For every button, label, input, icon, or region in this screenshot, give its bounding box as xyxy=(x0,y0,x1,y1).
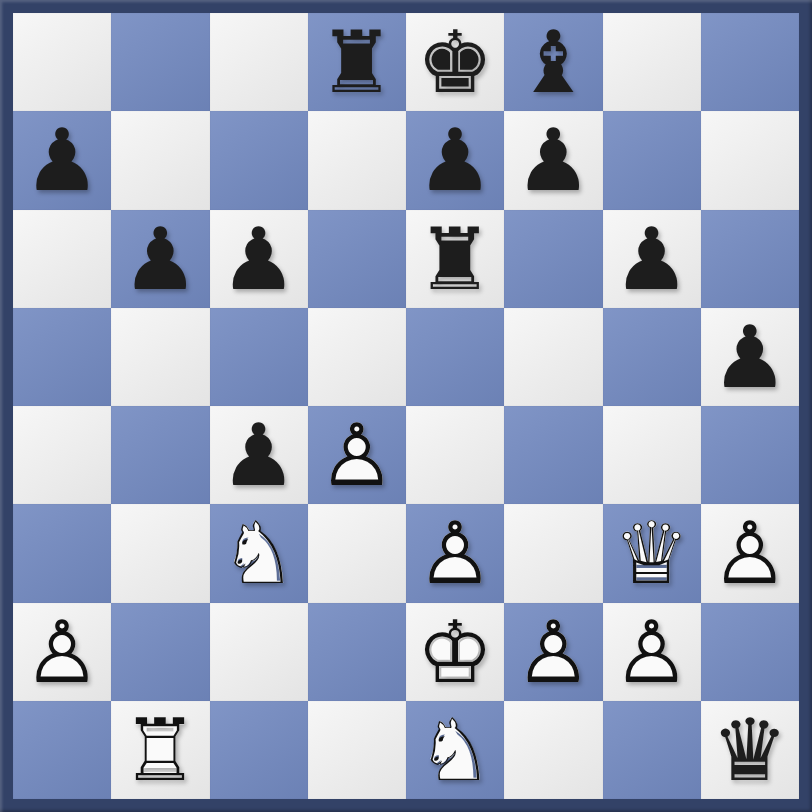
square-a2[interactable]: ♟♙ xyxy=(13,603,111,701)
square-g8[interactable] xyxy=(603,13,701,111)
square-b7[interactable] xyxy=(111,111,209,209)
square-e5[interactable] xyxy=(406,308,504,406)
piece-white-pawn-e3[interactable]: ♟♙ xyxy=(406,504,504,602)
piece-black-queen-h1[interactable]: ♛ xyxy=(701,701,799,799)
piece-white-queen-g3[interactable]: ♛♕ xyxy=(603,504,701,602)
square-h2[interactable] xyxy=(701,603,799,701)
white-knight-outline-icon: ♘ xyxy=(406,701,504,799)
square-b2[interactable] xyxy=(111,603,209,701)
square-g3[interactable]: ♛♕ xyxy=(603,504,701,602)
square-b1[interactable]: ♜♖ xyxy=(111,701,209,799)
piece-black-pawn-h5[interactable]: ♟ xyxy=(701,308,799,406)
square-d8[interactable]: ♜ xyxy=(308,13,406,111)
square-h1[interactable]: ♛ xyxy=(701,701,799,799)
chess-board: ♜♚♝♟♟♟♟♟♜♟♟♟♟♙♞♘♟♙♛♕♟♙♟♙♚♔♟♙♟♙♜♖♞♘♛ xyxy=(13,13,799,799)
square-a7[interactable]: ♟ xyxy=(13,111,111,209)
square-a3[interactable] xyxy=(13,504,111,602)
piece-black-pawn-g6[interactable]: ♟ xyxy=(603,210,701,308)
piece-black-pawn-b6[interactable]: ♟ xyxy=(111,210,209,308)
square-c4[interactable]: ♟ xyxy=(210,406,308,504)
square-e3[interactable]: ♟♙ xyxy=(406,504,504,602)
black-pawn-icon: ♟ xyxy=(111,210,209,308)
white-queen-outline-icon: ♕ xyxy=(603,504,701,602)
square-b8[interactable] xyxy=(111,13,209,111)
black-rook-icon: ♜ xyxy=(308,13,406,111)
white-knight-outline-icon: ♘ xyxy=(210,504,308,602)
square-e4[interactable] xyxy=(406,406,504,504)
piece-white-pawn-a2[interactable]: ♟♙ xyxy=(13,603,111,701)
square-f7[interactable]: ♟ xyxy=(504,111,602,209)
piece-black-pawn-c6[interactable]: ♟ xyxy=(210,210,308,308)
white-king-outline-icon: ♔ xyxy=(406,603,504,701)
square-d1[interactable] xyxy=(308,701,406,799)
piece-black-pawn-c4[interactable]: ♟ xyxy=(210,406,308,504)
square-f8[interactable]: ♝ xyxy=(504,13,602,111)
square-f2[interactable]: ♟♙ xyxy=(504,603,602,701)
square-h5[interactable]: ♟ xyxy=(701,308,799,406)
white-pawn-outline-icon: ♙ xyxy=(504,603,602,701)
square-c1[interactable] xyxy=(210,701,308,799)
square-d3[interactable] xyxy=(308,504,406,602)
square-b6[interactable]: ♟ xyxy=(111,210,209,308)
square-g1[interactable] xyxy=(603,701,701,799)
square-c3[interactable]: ♞♘ xyxy=(210,504,308,602)
black-pawn-icon: ♟ xyxy=(701,308,799,406)
piece-black-rook-e6[interactable]: ♜ xyxy=(406,210,504,308)
piece-white-king-e2[interactable]: ♚♔ xyxy=(406,603,504,701)
white-rook-outline-icon: ♖ xyxy=(111,701,209,799)
square-d2[interactable] xyxy=(308,603,406,701)
white-pawn-outline-icon: ♙ xyxy=(13,603,111,701)
square-h6[interactable] xyxy=(701,210,799,308)
black-pawn-icon: ♟ xyxy=(210,210,308,308)
square-b3[interactable] xyxy=(111,504,209,602)
square-f4[interactable] xyxy=(504,406,602,504)
black-king-icon: ♚ xyxy=(406,13,504,111)
piece-white-pawn-f2[interactable]: ♟♙ xyxy=(504,603,602,701)
square-e1[interactable]: ♞♘ xyxy=(406,701,504,799)
square-f3[interactable] xyxy=(504,504,602,602)
square-e8[interactable]: ♚ xyxy=(406,13,504,111)
piece-black-pawn-e7[interactable]: ♟ xyxy=(406,111,504,209)
square-c8[interactable] xyxy=(210,13,308,111)
black-queen-icon: ♛ xyxy=(701,701,799,799)
square-g5[interactable] xyxy=(603,308,701,406)
square-d5[interactable] xyxy=(308,308,406,406)
white-pawn-outline-icon: ♙ xyxy=(701,504,799,602)
piece-white-knight-e1[interactable]: ♞♘ xyxy=(406,701,504,799)
piece-black-bishop-f8[interactable]: ♝ xyxy=(504,13,602,111)
piece-black-pawn-f7[interactable]: ♟ xyxy=(504,111,602,209)
board-frame: ♜♚♝♟♟♟♟♟♜♟♟♟♟♙♞♘♟♙♛♕♟♙♟♙♚♔♟♙♟♙♜♖♞♘♛ xyxy=(0,0,812,812)
white-pawn-outline-icon: ♙ xyxy=(603,603,701,701)
black-pawn-icon: ♟ xyxy=(13,111,111,209)
square-a1[interactable] xyxy=(13,701,111,799)
piece-black-king-e8[interactable]: ♚ xyxy=(406,13,504,111)
square-g7[interactable] xyxy=(603,111,701,209)
square-h8[interactable] xyxy=(701,13,799,111)
square-d7[interactable] xyxy=(308,111,406,209)
black-rook-icon: ♜ xyxy=(406,210,504,308)
square-b5[interactable] xyxy=(111,308,209,406)
square-e2[interactable]: ♚♔ xyxy=(406,603,504,701)
square-e7[interactable]: ♟ xyxy=(406,111,504,209)
black-pawn-icon: ♟ xyxy=(406,111,504,209)
square-g2[interactable]: ♟♙ xyxy=(603,603,701,701)
square-d4[interactable]: ♟♙ xyxy=(308,406,406,504)
piece-black-rook-d8[interactable]: ♜ xyxy=(308,13,406,111)
square-c5[interactable] xyxy=(210,308,308,406)
square-d6[interactable] xyxy=(308,210,406,308)
black-pawn-icon: ♟ xyxy=(210,406,308,504)
square-c7[interactable] xyxy=(210,111,308,209)
square-a6[interactable] xyxy=(13,210,111,308)
piece-white-pawn-d4[interactable]: ♟♙ xyxy=(308,406,406,504)
square-h4[interactable] xyxy=(701,406,799,504)
piece-white-knight-c3[interactable]: ♞♘ xyxy=(210,504,308,602)
square-f5[interactable] xyxy=(504,308,602,406)
square-e6[interactable]: ♜ xyxy=(406,210,504,308)
square-a8[interactable] xyxy=(13,13,111,111)
white-pawn-outline-icon: ♙ xyxy=(308,406,406,504)
black-pawn-icon: ♟ xyxy=(603,210,701,308)
piece-white-pawn-g2[interactable]: ♟♙ xyxy=(603,603,701,701)
square-b4[interactable] xyxy=(111,406,209,504)
square-a4[interactable] xyxy=(13,406,111,504)
square-c6[interactable]: ♟ xyxy=(210,210,308,308)
square-h3[interactable]: ♟♙ xyxy=(701,504,799,602)
white-pawn-outline-icon: ♙ xyxy=(406,504,504,602)
square-c2[interactable] xyxy=(210,603,308,701)
square-g4[interactable] xyxy=(603,406,701,504)
square-f6[interactable] xyxy=(504,210,602,308)
black-pawn-icon: ♟ xyxy=(504,111,602,209)
piece-white-rook-b1[interactable]: ♜♖ xyxy=(111,701,209,799)
piece-white-pawn-h3[interactable]: ♟♙ xyxy=(701,504,799,602)
square-a5[interactable] xyxy=(13,308,111,406)
square-h7[interactable] xyxy=(701,111,799,209)
piece-black-pawn-a7[interactable]: ♟ xyxy=(13,111,111,209)
square-g6[interactable]: ♟ xyxy=(603,210,701,308)
square-f1[interactable] xyxy=(504,701,602,799)
black-bishop-icon: ♝ xyxy=(504,13,602,111)
